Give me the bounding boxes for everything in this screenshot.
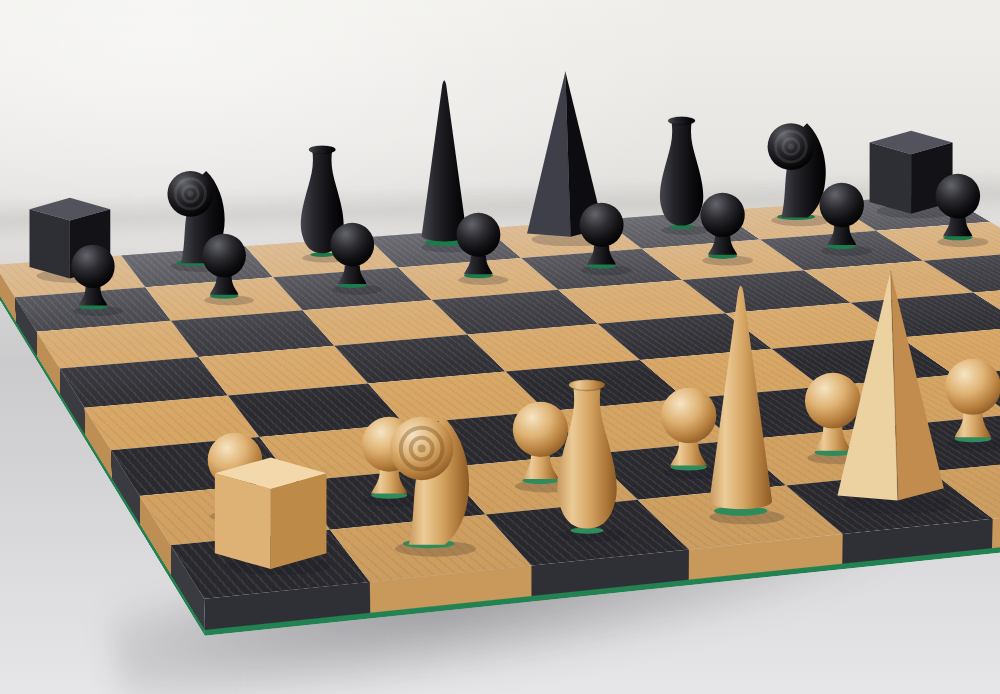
piece-black-pawn-g7 <box>810 179 873 256</box>
piece-white-knight-b1 <box>381 392 480 559</box>
studio-photo-scene <box>0 0 1000 694</box>
piece-white-bishop-c1 <box>541 373 633 543</box>
piece-black-pawn-f7 <box>691 189 754 266</box>
piece-white-queen-d1 <box>696 281 785 527</box>
pieces-layer <box>0 0 1000 694</box>
piece-white-bishop-f1 <box>988 325 1000 498</box>
piece-black-pawn-e7 <box>570 199 633 276</box>
piece-black-pawn-a7 <box>62 241 124 317</box>
piece-black-pawn-d7 <box>447 209 510 286</box>
piece-white-rook-a1 <box>210 455 331 576</box>
piece-black-pawn-b7 <box>193 230 255 306</box>
piece-black-pawn-c7 <box>321 219 384 295</box>
piece-white-king-e1 <box>829 266 950 514</box>
piece-black-pawn-h7 <box>926 170 990 248</box>
